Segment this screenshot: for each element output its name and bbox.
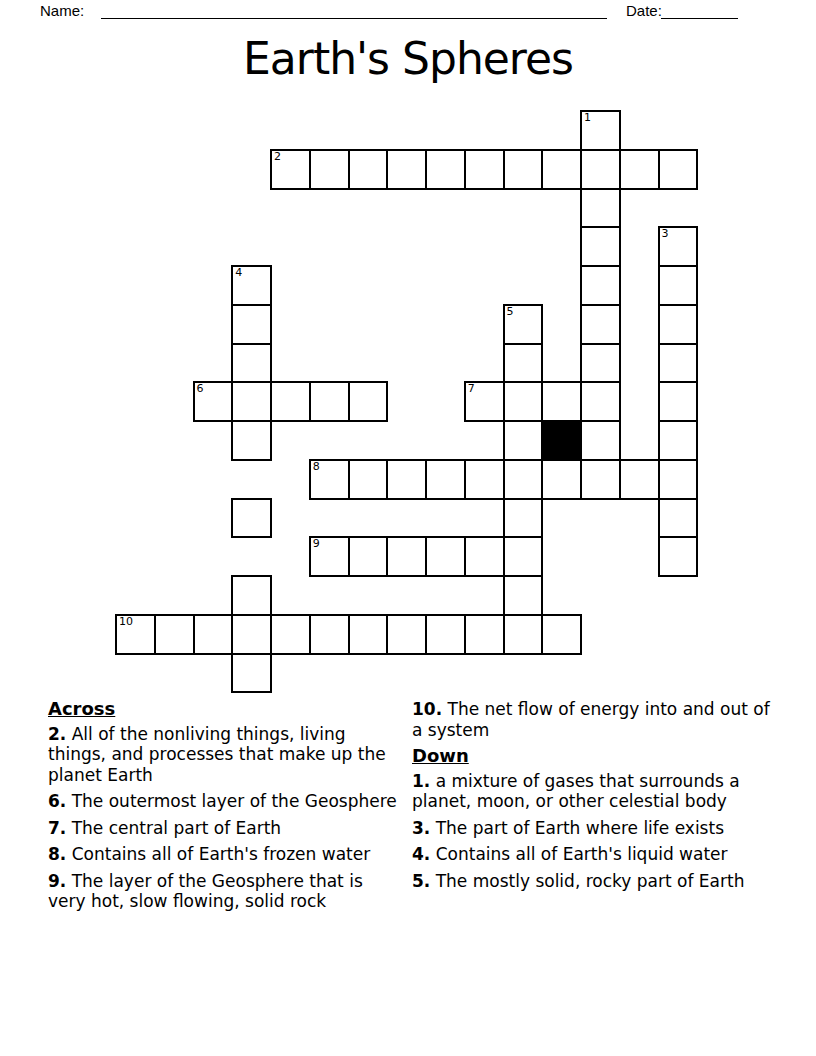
crossword-cell[interactable] [503,381,544,422]
clue-number: 9. [48,871,66,891]
clue-number: 8. [48,844,66,864]
clue-number: 6. [48,791,66,811]
cell-number: 1 [584,111,591,124]
cell-number: 6 [197,382,204,395]
cell-number: 2 [274,150,281,163]
crossword-cell[interactable] [503,498,544,539]
crossword-cell[interactable] [580,420,621,461]
across-clues-list: 2. All of the nonliving things, living t… [48,724,400,912]
crossword-cell[interactable] [425,536,466,577]
clue: 3. The part of Earth where life exists [412,818,784,839]
clue-number: 2. [48,724,66,744]
crossword-cell[interactable] [541,381,582,422]
down-heading: Down [412,746,784,767]
cell-number: 9 [313,537,320,550]
crossword-cell[interactable]: 5 [503,304,544,345]
crossword-cell[interactable]: 2 [270,149,311,190]
crossword-cell[interactable] [231,575,272,616]
clue-number: 5. [412,871,430,891]
date-label: Date: [626,2,662,19]
crossword-cell[interactable] [541,149,582,190]
crossword-cell[interactable] [386,149,427,190]
cell-number: 7 [468,382,475,395]
crossword-cell[interactable]: 3 [658,226,699,267]
crossword-cell[interactable] [580,149,621,190]
crossword-cell[interactable] [580,459,621,500]
crossword-cell[interactable] [386,536,427,577]
across-overflow-clues-list: 10. The net flow of energy into and out … [412,699,784,740]
clue-number: 7. [48,818,66,838]
crossword-cell[interactable] [231,304,272,345]
crossword-cell[interactable] [231,498,272,539]
cell-number: 3 [662,227,669,240]
crossword-cell[interactable] [386,614,427,655]
crossword-cell[interactable] [270,614,311,655]
crossword-cell[interactable] [619,149,660,190]
crossword-cell[interactable] [541,459,582,500]
crossword-cell[interactable] [503,536,544,577]
clue: 8. Contains all of Earth's frozen water [48,844,400,865]
cell-number: 8 [313,460,320,473]
clues-right-column: 10. The net flow of energy into and out … [412,699,784,897]
crossword-cell[interactable] [580,304,621,345]
crossword-cell[interactable]: 8 [309,459,350,500]
crossword-cell[interactable]: 9 [309,536,350,577]
crossword-cell[interactable]: 6 [193,381,234,422]
cell-number: 5 [507,305,514,318]
crossword-cell[interactable] [580,265,621,306]
clue: 7. The central part of Earth [48,818,400,839]
clue: 9. The layer of the Geosphere that is ve… [48,871,400,912]
crossword-cell[interactable] [464,149,505,190]
crossword-cell[interactable] [580,343,621,384]
crossword-cell[interactable]: 1 [580,110,621,151]
clue-number: 3. [412,818,430,838]
crossword-cell[interactable] [503,420,544,461]
crossword-cell[interactable]: 4 [231,265,272,306]
crossword-cell[interactable] [503,459,544,500]
crossword-cell[interactable] [348,381,389,422]
crossword-cell[interactable] [580,381,621,422]
clue: 4. Contains all of Earth's liquid water [412,844,784,865]
crossword-cell[interactable] [541,614,582,655]
crossword-grid: 12345678910 [115,110,699,694]
crossword-cell[interactable] [503,149,544,190]
crossword-cell[interactable] [658,381,699,422]
crossword-cell[interactable] [348,459,389,500]
clue-number: 10. [412,699,442,719]
cell-number: 10 [119,615,133,628]
cell-number: 4 [235,266,242,279]
crossword-cell[interactable] [658,536,699,577]
crossword-cell[interactable] [348,536,389,577]
crossword-cell[interactable] [464,459,505,500]
crossword-cell[interactable] [231,343,272,384]
crossword-cell[interactable] [658,304,699,345]
crossword-cell[interactable] [348,614,389,655]
crossword-cell[interactable] [464,536,505,577]
crossword-cell[interactable] [580,226,621,267]
crossword-cell[interactable] [658,343,699,384]
crossword-cell[interactable] [425,149,466,190]
crossword-cell[interactable] [154,614,195,655]
crossword-cell[interactable] [658,459,699,500]
crossword-cell[interactable] [658,265,699,306]
crossword-cell[interactable] [309,614,350,655]
crossword-cell[interactable] [231,420,272,461]
crossword-cell[interactable] [270,381,311,422]
crossword-cell[interactable] [503,614,544,655]
crossword-cell[interactable] [503,575,544,616]
name-fill-line[interactable] [101,18,607,19]
crossword-cell[interactable] [425,614,466,655]
puzzle-title: Earth's Spheres [0,33,816,84]
clue-number: 1. [412,771,430,791]
date-fill-line[interactable] [661,18,738,19]
crossword-cell[interactable] [619,459,660,500]
crossword-cell[interactable] [231,614,272,655]
crossword-cell[interactable] [503,343,544,384]
down-clues-list: 1. a mixture of gases that surrounds a p… [412,771,784,892]
clue: 10. The net flow of energy into and out … [412,699,784,740]
crossword-cell[interactable]: 7 [464,381,505,422]
crossword-cell[interactable] [386,459,427,500]
crossword-cell[interactable] [425,459,466,500]
crossword-cell[interactable] [658,498,699,539]
crossword-cell[interactable] [231,653,272,694]
crossword-cell[interactable] [658,420,699,461]
crossword-cell[interactable] [309,381,350,422]
clue: 2. All of the nonliving things, living t… [48,724,400,786]
crossword-cell[interactable] [231,381,272,422]
crossword-cell[interactable] [658,149,699,190]
across-heading: Across [48,699,400,720]
clues-across-column: Across 2. All of the nonliving things, l… [48,699,400,918]
clue: 5. The mostly solid, rocky part of Earth [412,871,784,892]
crossword-cell[interactable] [348,149,389,190]
blocked-cell [541,420,582,461]
crossword-cell[interactable] [309,149,350,190]
crossword-cell[interactable]: 10 [115,614,156,655]
crossword-cell[interactable] [580,188,621,229]
clue-number: 4. [412,844,430,864]
name-label: Name: [40,2,84,19]
crossword-cell[interactable] [464,614,505,655]
crossword-cell[interactable] [193,614,234,655]
clue: 6. The outermost layer of the Geosphere [48,791,400,812]
clue: 1. a mixture of gases that surrounds a p… [412,771,784,812]
